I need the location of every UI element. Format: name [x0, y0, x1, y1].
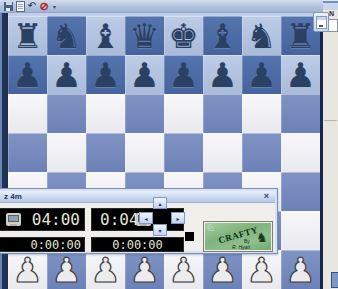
board-square[interactable]: ♟ [164, 250, 203, 289]
board-square[interactable] [47, 94, 86, 133]
white-piece[interactable]: ♟ [242, 250, 281, 289]
board-square[interactable] [125, 94, 164, 133]
white-elapsed-display: 0:00:00 [0, 237, 85, 252]
board-square[interactable] [47, 133, 86, 172]
stop-icon: ⊘ [39, 1, 48, 12]
board-square[interactable]: ♝ [86, 16, 125, 55]
board-square[interactable]: ♚ [164, 16, 203, 55]
side-panel-divider [324, 120, 337, 121]
board-square[interactable]: ♞ [242, 16, 281, 55]
board-square[interactable] [86, 94, 125, 133]
board-square[interactable]: ♟ [281, 55, 320, 94]
board-square[interactable] [242, 94, 281, 133]
spinner-right-button[interactable]: ▸ [171, 212, 185, 224]
board-square[interactable]: ♛ [125, 16, 164, 55]
board-square[interactable] [8, 133, 47, 172]
board-square[interactable]: ♟ [86, 250, 125, 289]
undo-button[interactable]: ↶ [26, 0, 38, 12]
side-panel-label: N [329, 10, 334, 17]
page-icon [16, 1, 25, 12]
black-piece[interactable]: ♝ [203, 16, 242, 55]
black-piece[interactable]: ♟ [125, 55, 164, 94]
black-total-time: 0:00:00 [112, 238, 163, 252]
computer-icon [6, 213, 21, 226]
black-piece[interactable]: ♞ [47, 16, 86, 55]
knight-icon: ♞ [256, 230, 268, 245]
black-piece[interactable]: ♞ [242, 16, 281, 55]
stop-button[interactable]: ⊘ [38, 0, 50, 12]
board-square[interactable]: ♟ [125, 55, 164, 94]
side-panel: N [323, 0, 338, 289]
board-square[interactable] [203, 94, 242, 133]
black-piece[interactable]: ♟ [47, 55, 86, 94]
white-piece[interactable]: ♟ [164, 250, 203, 289]
toolbar-overflow-button[interactable]: ▾ [53, 3, 56, 10]
board-square[interactable]: ♟ [203, 250, 242, 289]
board-square[interactable]: ♟ [8, 250, 47, 289]
app-window: ↶ ⊘ ▾ ♜♞♝♛♚♝♞♜♟♟♟♟♟♟♟♟♟♟♟♟♟♟♟♟ N z 4m × … [0, 0, 338, 289]
white-piece[interactable]: ♟ [125, 250, 164, 289]
board-square[interactable] [125, 133, 164, 172]
spinner-up-button[interactable]: ▴ [153, 197, 167, 209]
black-piece[interactable]: ♝ [86, 16, 125, 55]
white-piece[interactable]: ♟ [203, 250, 242, 289]
white-piece[interactable]: ♟ [47, 250, 86, 289]
board-square[interactable]: ♟ [203, 55, 242, 94]
spinner-down-button[interactable]: ▾ [153, 224, 167, 236]
black-piece[interactable]: ♟ [86, 55, 125, 94]
board-square[interactable]: ♟ [47, 55, 86, 94]
board-square[interactable]: ♟ [86, 55, 125, 94]
white-total-time: 0:00:00 [30, 238, 81, 252]
save-button[interactable] [2, 0, 14, 12]
white-piece[interactable]: ♟ [281, 250, 320, 289]
board-square[interactable] [281, 94, 320, 133]
side-panel-bottom-icon[interactable] [331, 272, 338, 288]
board-square[interactable]: ♝ [203, 16, 242, 55]
spinner-left-button[interactable]: ◂ [139, 212, 153, 224]
side-panel-header [323, 3, 338, 10]
board-square[interactable]: ♟ [242, 250, 281, 289]
black-piece[interactable]: ♟ [281, 55, 320, 94]
black-piece[interactable]: ♟ [242, 55, 281, 94]
black-piece[interactable]: ♟ [8, 55, 47, 94]
black-piece[interactable]: ♟ [203, 55, 242, 94]
board-square[interactable]: ♟ [164, 55, 203, 94]
undo-icon: ↶ [28, 1, 36, 11]
board-square[interactable]: ♟ [242, 55, 281, 94]
board-square[interactable]: ♟ [8, 55, 47, 94]
crafty-engine-logo: ♘ CRAFTY By R. Hyatt ♞ [203, 221, 273, 252]
board-square[interactable] [281, 133, 320, 172]
board-square[interactable] [8, 94, 47, 133]
toolbar: ↶ ⊘ ▾ [0, 0, 338, 13]
save-icon [4, 2, 13, 11]
board-square[interactable] [164, 133, 203, 172]
board-square[interactable]: ♜ [8, 16, 47, 55]
knight-icon: ♘ [206, 222, 215, 233]
clock-window: z 4m × 04:00 0:04 0:00:00 0:00:00 ▴ ◂ ▸ … [0, 188, 278, 254]
board-square[interactable] [86, 133, 125, 172]
black-piece[interactable]: ♜ [8, 16, 47, 55]
board-window-button[interactable] [313, 12, 329, 32]
white-piece[interactable]: ♟ [86, 250, 125, 289]
board-square[interactable] [281, 172, 320, 211]
window-icon [316, 16, 327, 29]
logo-title: CRAFTY [217, 225, 259, 246]
board-square[interactable]: ♟ [281, 250, 320, 289]
board-square[interactable]: ♞ [47, 16, 86, 55]
board-square[interactable] [242, 133, 281, 172]
white-main-time: 04:00 [32, 210, 80, 229]
page-button[interactable] [14, 0, 26, 12]
black-piece[interactable]: ♟ [164, 55, 203, 94]
board-square[interactable]: ♟ [125, 250, 164, 289]
clock-window-title: z 4m [4, 192, 22, 201]
board-square[interactable] [203, 133, 242, 172]
black-piece[interactable]: ♛ [125, 16, 164, 55]
white-piece[interactable]: ♟ [8, 250, 47, 289]
status-square [185, 232, 194, 241]
board-square[interactable] [281, 211, 320, 250]
black-elapsed-display: 0:00:00 [91, 237, 184, 252]
board-square[interactable] [164, 94, 203, 133]
white-clock-display: 04:00 [0, 208, 85, 231]
board-square[interactable]: ♟ [47, 250, 86, 289]
clock-window-titlebar[interactable]: z 4m × [0, 191, 275, 203]
close-icon[interactable]: × [264, 191, 269, 201]
logo-author: R. Hyatt [232, 244, 250, 250]
black-piece[interactable]: ♚ [164, 16, 203, 55]
black-main-time: 0:04 [100, 210, 139, 229]
